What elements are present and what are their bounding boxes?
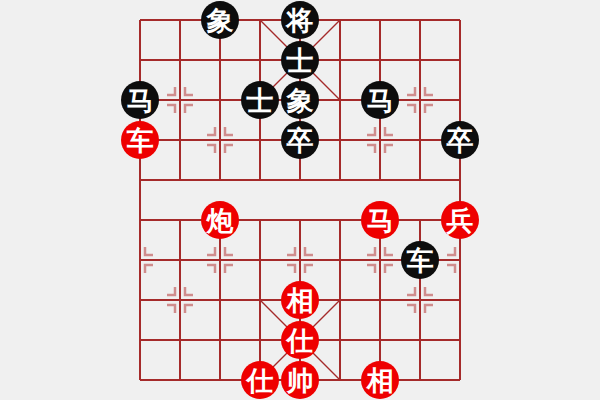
board-point: 仕 (280, 320, 320, 360)
piece-red-general[interactable]: 帅 (281, 361, 319, 399)
piece-black-horse[interactable]: 马 (121, 81, 159, 119)
board-point: 象 (280, 80, 320, 120)
piece-red-horse[interactable]: 马 (361, 201, 399, 239)
xiangqi-board: 象将士马士象马车卒卒炮马兵车相仕仕帅相 (0, 0, 600, 400)
board-point: 炮 (200, 200, 240, 240)
piece-black-general[interactable]: 将 (281, 1, 319, 39)
piece-red-chariot[interactable]: 车 (121, 121, 159, 159)
board-point: 相 (360, 360, 400, 400)
board-point: 将 (280, 0, 320, 40)
piece-red-cannon[interactable]: 炮 (201, 201, 239, 239)
piece-black-pawn[interactable]: 卒 (281, 121, 319, 159)
board-point: 卒 (440, 120, 480, 160)
piece-red-elephant[interactable]: 相 (361, 361, 399, 399)
piece-black-horse[interactable]: 马 (361, 81, 399, 119)
board-point: 马 (120, 80, 160, 120)
piece-black-advisor[interactable]: 士 (241, 81, 279, 119)
piece-black-pawn[interactable]: 卒 (441, 121, 479, 159)
piece-red-advisor[interactable]: 仕 (241, 361, 279, 399)
board-point: 相 (280, 280, 320, 320)
piece-black-chariot[interactable]: 车 (401, 241, 439, 279)
board-point: 车 (400, 240, 440, 280)
board-point: 象 (200, 0, 240, 40)
board-point: 卒 (280, 120, 320, 160)
board-point: 车 (120, 120, 160, 160)
board-point: 帅 (280, 360, 320, 400)
piece-black-advisor[interactable]: 士 (281, 41, 319, 79)
piece-red-advisor[interactable]: 仕 (281, 321, 319, 359)
piece-red-pawn[interactable]: 兵 (441, 201, 479, 239)
board-point: 仕 (240, 360, 280, 400)
piece-red-elephant[interactable]: 相 (281, 281, 319, 319)
board-point: 士 (240, 80, 280, 120)
board-point: 马 (360, 200, 400, 240)
board-point: 马 (360, 80, 400, 120)
board-point: 士 (280, 40, 320, 80)
board-point: 兵 (440, 200, 480, 240)
pieces-grid: 象将士马士象马车卒卒炮马兵车相仕仕帅相 (120, 0, 480, 400)
piece-black-elephant[interactable]: 象 (281, 81, 319, 119)
piece-black-elephant[interactable]: 象 (201, 1, 239, 39)
